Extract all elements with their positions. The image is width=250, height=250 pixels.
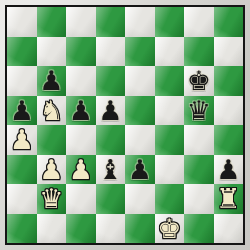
square-f1[interactable]: ♚ — [155, 214, 185, 244]
black-pawn[interactable]: ♟ — [10, 96, 34, 125]
square-h6[interactable] — [214, 66, 244, 96]
black-pawn[interactable]: ♟ — [216, 155, 240, 184]
square-c3[interactable]: ♟ — [66, 155, 96, 185]
square-e1[interactable] — [125, 214, 155, 244]
square-b1[interactable] — [37, 214, 67, 244]
white-pawn[interactable]: ♟ — [69, 155, 93, 184]
square-d3[interactable]: ♝ — [96, 155, 126, 185]
square-f2[interactable] — [155, 184, 185, 214]
square-d5[interactable]: ♟ — [96, 96, 126, 126]
square-e7[interactable] — [125, 37, 155, 67]
square-a1[interactable] — [7, 214, 37, 244]
black-king[interactable]: ♚ — [187, 66, 211, 95]
square-h5[interactable] — [214, 96, 244, 126]
square-b3[interactable]: ♟ — [37, 155, 67, 185]
square-a4[interactable]: ♟ — [7, 125, 37, 155]
square-e3[interactable]: ♟ — [125, 155, 155, 185]
square-d6[interactable] — [96, 66, 126, 96]
square-c4[interactable] — [66, 125, 96, 155]
square-f4[interactable] — [155, 125, 185, 155]
square-a5[interactable]: ♟ — [7, 96, 37, 126]
square-g3[interactable] — [184, 155, 214, 185]
square-b5[interactable]: ♞ — [37, 96, 67, 126]
square-g1[interactable] — [184, 214, 214, 244]
square-a6[interactable] — [7, 66, 37, 96]
square-a8[interactable] — [7, 7, 37, 37]
square-c2[interactable] — [66, 184, 96, 214]
square-d8[interactable] — [96, 7, 126, 37]
square-g5[interactable]: ♛ — [184, 96, 214, 126]
square-h3[interactable]: ♟ — [214, 155, 244, 185]
square-e8[interactable] — [125, 7, 155, 37]
chess-board-frame: ♟♚♟♞♟♟♛♟♟♟♝♟♟♛♜♚ — [0, 0, 250, 250]
square-f7[interactable] — [155, 37, 185, 67]
black-pawn[interactable]: ♟ — [98, 96, 122, 125]
white-pawn[interactable]: ♟ — [39, 155, 63, 184]
square-d1[interactable] — [96, 214, 126, 244]
black-pawn[interactable]: ♟ — [128, 155, 152, 184]
square-a7[interactable] — [7, 37, 37, 67]
square-c5[interactable]: ♟ — [66, 96, 96, 126]
black-bishop[interactable]: ♝ — [98, 155, 122, 184]
square-b6[interactable]: ♟ — [37, 66, 67, 96]
square-h2[interactable]: ♜ — [214, 184, 244, 214]
black-pawn[interactable]: ♟ — [69, 96, 93, 125]
square-c1[interactable] — [66, 214, 96, 244]
square-f6[interactable] — [155, 66, 185, 96]
square-h4[interactable] — [214, 125, 244, 155]
square-h1[interactable] — [214, 214, 244, 244]
black-pawn[interactable]: ♟ — [39, 66, 63, 95]
square-f8[interactable] — [155, 7, 185, 37]
square-f5[interactable] — [155, 96, 185, 126]
white-king[interactable]: ♚ — [157, 214, 181, 243]
square-h8[interactable] — [214, 7, 244, 37]
square-a3[interactable] — [7, 155, 37, 185]
square-b7[interactable] — [37, 37, 67, 67]
square-g2[interactable] — [184, 184, 214, 214]
square-g6[interactable]: ♚ — [184, 66, 214, 96]
square-d2[interactable] — [96, 184, 126, 214]
square-g7[interactable] — [184, 37, 214, 67]
square-c7[interactable] — [66, 37, 96, 67]
square-b2[interactable]: ♛ — [37, 184, 67, 214]
white-pawn[interactable]: ♟ — [10, 125, 34, 154]
chess-board: ♟♚♟♞♟♟♛♟♟♟♝♟♟♛♜♚ — [5, 5, 245, 245]
square-e5[interactable] — [125, 96, 155, 126]
square-c6[interactable] — [66, 66, 96, 96]
black-queen[interactable]: ♛ — [187, 96, 211, 125]
square-e2[interactable] — [125, 184, 155, 214]
square-c8[interactable] — [66, 7, 96, 37]
square-e6[interactable] — [125, 66, 155, 96]
white-rook[interactable]: ♜ — [216, 184, 240, 213]
white-queen[interactable]: ♛ — [39, 184, 63, 213]
square-g4[interactable] — [184, 125, 214, 155]
square-d7[interactable] — [96, 37, 126, 67]
square-b4[interactable] — [37, 125, 67, 155]
square-f3[interactable] — [155, 155, 185, 185]
square-e4[interactable] — [125, 125, 155, 155]
square-h7[interactable] — [214, 37, 244, 67]
square-d4[interactable] — [96, 125, 126, 155]
white-knight[interactable]: ♞ — [39, 96, 63, 125]
square-b8[interactable] — [37, 7, 67, 37]
square-a2[interactable] — [7, 184, 37, 214]
square-g8[interactable] — [184, 7, 214, 37]
